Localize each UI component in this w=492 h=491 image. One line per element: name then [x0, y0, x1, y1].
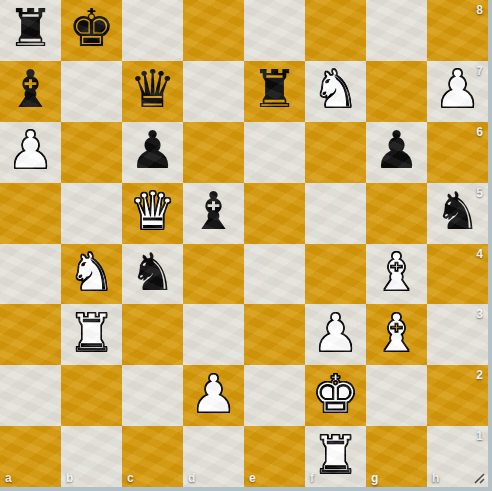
square-h7[interactable]: ♟7 — [427, 61, 488, 122]
board-resize-handle-icon[interactable] — [472, 471, 486, 485]
square-c5[interactable]: ♛ — [122, 183, 183, 244]
square-d8[interactable] — [183, 0, 244, 61]
square-c4[interactable]: ♞ — [122, 244, 183, 305]
square-e5[interactable] — [244, 183, 305, 244]
piece-white-bishop-g3[interactable]: ♝ — [373, 307, 420, 359]
square-h4[interactable]: 4 — [427, 244, 488, 305]
rank-label-8: 8 — [476, 3, 483, 17]
piece-black-knight-c4[interactable]: ♞ — [129, 246, 176, 298]
square-b8[interactable]: ♚ — [61, 0, 122, 61]
piece-white-knight-f7[interactable]: ♞ — [312, 63, 359, 115]
square-f7[interactable]: ♞ — [305, 61, 366, 122]
square-g7[interactable] — [366, 61, 427, 122]
piece-white-knight-b4[interactable]: ♞ — [68, 246, 115, 298]
square-g4[interactable]: ♝ — [366, 244, 427, 305]
square-h2[interactable]: 2 — [427, 365, 488, 426]
square-f4[interactable] — [305, 244, 366, 305]
square-a4[interactable] — [0, 244, 61, 305]
piece-white-king-f2[interactable]: ♚ — [312, 368, 359, 420]
square-d1[interactable]: d — [183, 426, 244, 487]
square-g8[interactable] — [366, 0, 427, 61]
rank-label-1: 1 — [476, 429, 483, 443]
square-b6[interactable] — [61, 122, 122, 183]
square-h8[interactable]: 8 — [427, 0, 488, 61]
page-background: ♜♚8♝♛♜♞♟7♟♟♟6♛♝♞5♞♞♝4♜♟♝3♟♚2abcde♜fg1h — [0, 0, 492, 491]
square-c3[interactable] — [122, 304, 183, 365]
file-label-h: h — [432, 471, 439, 485]
square-h1[interactable]: 1h — [427, 426, 488, 487]
square-f6[interactable] — [305, 122, 366, 183]
square-a5[interactable] — [0, 183, 61, 244]
square-c6[interactable]: ♟ — [122, 122, 183, 183]
piece-white-queen-c5[interactable]: ♛ — [129, 185, 176, 237]
piece-black-king-b8[interactable]: ♚ — [68, 2, 115, 54]
piece-white-bishop-g4[interactable]: ♝ — [373, 246, 420, 298]
square-a8[interactable]: ♜ — [0, 0, 61, 61]
square-h5[interactable]: ♞5 — [427, 183, 488, 244]
piece-black-queen-c7[interactable]: ♛ — [129, 63, 176, 115]
square-a2[interactable] — [0, 365, 61, 426]
rank-label-3: 3 — [476, 307, 483, 321]
piece-black-bishop-d5[interactable]: ♝ — [190, 185, 237, 237]
square-b7[interactable] — [61, 61, 122, 122]
piece-white-pawn-a6[interactable]: ♟ — [7, 124, 54, 176]
piece-black-rook-e7[interactable]: ♜ — [251, 63, 298, 115]
rank-label-4: 4 — [476, 247, 483, 261]
square-c1[interactable]: c — [122, 426, 183, 487]
square-d4[interactable] — [183, 244, 244, 305]
square-a7[interactable]: ♝ — [0, 61, 61, 122]
rank-label-6: 6 — [476, 125, 483, 139]
piece-black-pawn-g6[interactable]: ♟ — [373, 124, 420, 176]
square-d7[interactable] — [183, 61, 244, 122]
square-f3[interactable]: ♟ — [305, 304, 366, 365]
square-d6[interactable] — [183, 122, 244, 183]
square-d5[interactable]: ♝ — [183, 183, 244, 244]
square-c8[interactable] — [122, 0, 183, 61]
square-e8[interactable] — [244, 0, 305, 61]
file-label-b: b — [66, 471, 73, 485]
square-e2[interactable] — [244, 365, 305, 426]
square-d2[interactable]: ♟ — [183, 365, 244, 426]
square-f1[interactable]: ♜f — [305, 426, 366, 487]
piece-black-pawn-c6[interactable]: ♟ — [129, 124, 176, 176]
square-f5[interactable] — [305, 183, 366, 244]
square-b5[interactable] — [61, 183, 122, 244]
square-g5[interactable] — [366, 183, 427, 244]
square-g3[interactable]: ♝ — [366, 304, 427, 365]
square-b4[interactable]: ♞ — [61, 244, 122, 305]
square-e6[interactable] — [244, 122, 305, 183]
square-f2[interactable]: ♚ — [305, 365, 366, 426]
square-e4[interactable] — [244, 244, 305, 305]
piece-black-rook-a8[interactable]: ♜ — [7, 2, 54, 54]
square-e3[interactable] — [244, 304, 305, 365]
piece-black-bishop-a7[interactable]: ♝ — [7, 63, 54, 115]
square-a6[interactable]: ♟ — [0, 122, 61, 183]
piece-white-rook-f1[interactable]: ♜ — [312, 429, 359, 481]
piece-white-rook-b3[interactable]: ♜ — [68, 307, 115, 359]
square-g1[interactable]: g — [366, 426, 427, 487]
file-label-c: c — [127, 471, 134, 485]
square-c7[interactable]: ♛ — [122, 61, 183, 122]
rank-label-2: 2 — [476, 368, 483, 382]
file-label-a: a — [5, 471, 12, 485]
piece-black-knight-h5[interactable]: ♞ — [434, 185, 481, 237]
square-b2[interactable] — [61, 365, 122, 426]
square-d3[interactable] — [183, 304, 244, 365]
square-c2[interactable] — [122, 365, 183, 426]
square-g6[interactable]: ♟ — [366, 122, 427, 183]
square-b1[interactable]: b — [61, 426, 122, 487]
square-e7[interactable]: ♜ — [244, 61, 305, 122]
square-a3[interactable] — [0, 304, 61, 365]
file-label-d: d — [188, 471, 195, 485]
file-label-g: g — [371, 471, 378, 485]
square-f8[interactable] — [305, 0, 366, 61]
piece-white-pawn-d2[interactable]: ♟ — [190, 368, 237, 420]
square-e1[interactable]: e — [244, 426, 305, 487]
square-h6[interactable]: 6 — [427, 122, 488, 183]
square-a1[interactable]: a — [0, 426, 61, 487]
square-g2[interactable] — [366, 365, 427, 426]
square-h3[interactable]: 3 — [427, 304, 488, 365]
chess-board: ♜♚8♝♛♜♞♟7♟♟♟6♛♝♞5♞♞♝4♜♟♝3♟♚2abcde♜fg1h — [0, 0, 488, 487]
piece-white-pawn-h7[interactable]: ♟ — [434, 63, 481, 115]
square-b3[interactable]: ♜ — [61, 304, 122, 365]
piece-white-pawn-f3[interactable]: ♟ — [312, 307, 359, 359]
file-label-e: e — [249, 471, 256, 485]
